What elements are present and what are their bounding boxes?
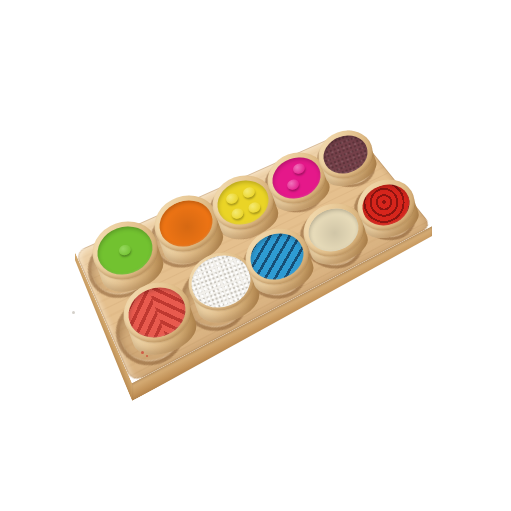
texture-bump [247, 200, 262, 214]
peg-blue-diagonal-stripes[interactable] [245, 229, 309, 321]
peg-layer [0, 0, 511, 511]
texture-bump [291, 162, 306, 176]
texture-bump [117, 242, 132, 256]
peg-red-zigzag-grooves[interactable] [123, 283, 191, 384]
product-photo-scene [0, 0, 511, 511]
texture-bump [224, 191, 239, 205]
peg-wood-rim [350, 172, 422, 239]
peg-cream-smooth[interactable] [303, 204, 364, 289]
texture-bump [241, 185, 256, 199]
texture-bump [230, 206, 245, 220]
peg-red-concentric-rings[interactable] [357, 180, 415, 262]
paint-speck [146, 355, 148, 357]
texture-bump [285, 178, 300, 192]
paint-speck [72, 311, 75, 314]
paint-speck [141, 351, 144, 354]
